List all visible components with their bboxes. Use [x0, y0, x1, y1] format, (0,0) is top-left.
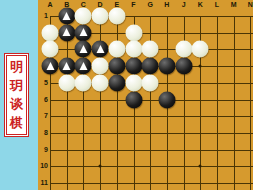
stone-black[interactable]	[142, 58, 159, 75]
stone-black[interactable]	[58, 24, 75, 41]
row-label: 7	[38, 112, 48, 120]
channel-logo-char: 棋	[10, 116, 23, 130]
stone-white[interactable]	[75, 74, 92, 91]
stone-black[interactable]	[92, 41, 109, 58]
stone-white[interactable]	[58, 74, 75, 91]
star-point	[99, 165, 102, 168]
row-label: 1	[38, 12, 48, 20]
stone-black[interactable]	[75, 58, 92, 75]
triangle-mark-icon	[63, 28, 71, 36]
grid-line-horizontal	[50, 166, 253, 167]
triangle-mark-icon	[63, 12, 71, 20]
row-label: 8	[38, 129, 48, 137]
row-label: 6	[38, 96, 48, 104]
stone-black[interactable]	[58, 8, 75, 25]
stone-white[interactable]	[108, 41, 125, 58]
column-label: A	[44, 1, 56, 9]
row-label: 11	[38, 179, 48, 187]
row-label: 9	[38, 146, 48, 154]
stone-white[interactable]	[142, 74, 159, 91]
stone-black[interactable]	[108, 58, 125, 75]
column-label: F	[128, 1, 140, 9]
stone-black[interactable]	[158, 58, 175, 75]
grid-line-horizontal	[50, 100, 253, 101]
triangle-mark-icon	[79, 28, 87, 36]
stone-white[interactable]	[75, 8, 92, 25]
stone-black[interactable]	[125, 91, 142, 108]
column-label: K	[194, 1, 206, 9]
stone-black[interactable]	[75, 41, 92, 58]
grid-line-horizontal	[50, 183, 253, 184]
channel-logo-char: 谈	[10, 97, 23, 111]
channel-logo-box: 明 玥 谈 棋	[4, 53, 29, 137]
star-point	[199, 65, 202, 68]
stone-white[interactable]	[92, 74, 109, 91]
column-label: M	[228, 1, 240, 9]
grid-line-horizontal	[50, 116, 253, 117]
stone-white[interactable]	[42, 41, 59, 58]
stone-black[interactable]	[158, 91, 175, 108]
row-label: 5	[38, 79, 48, 87]
go-board[interactable]: ABCDEFGHJKLMN1234567891011	[38, 0, 253, 190]
stone-white[interactable]	[125, 41, 142, 58]
stone-white[interactable]	[125, 24, 142, 41]
star-point	[199, 165, 202, 168]
stone-black[interactable]	[108, 74, 125, 91]
stone-white[interactable]	[92, 8, 109, 25]
go-broadcast-screenshot: 明 玥 谈 棋 ABCDEFGHJKLMN1234567891011	[0, 0, 253, 190]
triangle-mark-icon	[63, 62, 71, 70]
grid-line-horizontal	[50, 150, 253, 151]
grid-line-horizontal	[50, 133, 253, 134]
column-label: L	[211, 1, 223, 9]
channel-logo-inner-border: 明 玥 谈 棋	[6, 55, 27, 135]
stone-white[interactable]	[175, 41, 192, 58]
grid-line-vertical	[217, 16, 218, 190]
stone-black[interactable]	[42, 58, 59, 75]
stone-black[interactable]	[175, 58, 192, 75]
stone-black[interactable]	[125, 58, 142, 75]
grid-line-vertical	[67, 16, 68, 190]
stone-white[interactable]	[108, 8, 125, 25]
stone-black[interactable]	[58, 58, 75, 75]
stone-white[interactable]	[192, 41, 209, 58]
channel-logo-char: 玥	[10, 79, 23, 93]
grid-line-vertical	[250, 16, 251, 190]
triangle-mark-icon	[79, 45, 87, 53]
grid-line-vertical	[234, 16, 235, 190]
row-label: 10	[38, 162, 48, 170]
triangle-mark-icon	[46, 62, 54, 70]
channel-logo-char: 明	[10, 60, 23, 74]
stone-white[interactable]	[142, 41, 159, 58]
column-label: G	[144, 1, 156, 9]
column-label: N	[244, 1, 253, 9]
triangle-mark-icon	[79, 62, 87, 70]
stone-white[interactable]	[92, 58, 109, 75]
column-label: H	[161, 1, 173, 9]
stone-black[interactable]	[75, 24, 92, 41]
stone-white[interactable]	[42, 24, 59, 41]
stone-white[interactable]	[125, 74, 142, 91]
triangle-mark-icon	[96, 45, 104, 53]
sidebar: 明 玥 谈 棋	[0, 0, 38, 190]
column-label: J	[178, 1, 190, 9]
